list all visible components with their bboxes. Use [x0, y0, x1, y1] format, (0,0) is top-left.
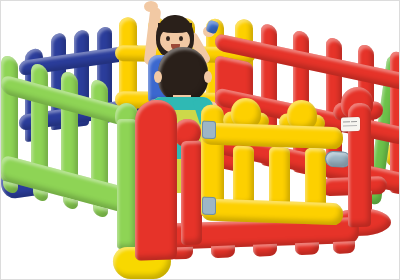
door-bottom-rail — [201, 198, 343, 225]
info-sticker — [341, 117, 360, 132]
photo-stage — [0, 0, 400, 280]
rail-bump — [295, 242, 319, 255]
gate-left-post — [135, 99, 177, 260]
sticker-text-line — [343, 121, 350, 122]
rail-bump — [253, 244, 277, 257]
sticker-text-line — [351, 121, 357, 122]
door-slat — [269, 147, 290, 208]
gate-hinge-top — [202, 121, 216, 139]
child-back-fringe — [158, 23, 192, 33]
gate-yellow-door — [201, 96, 343, 236]
child-back-eye — [166, 36, 170, 41]
front-gate-panel — [129, 76, 393, 275]
sticker-text-line — [343, 125, 357, 126]
rail-bump — [333, 241, 355, 254]
child-back-eye — [179, 36, 183, 41]
child-front-ear — [154, 71, 162, 83]
door-slat — [305, 148, 326, 209]
rail-bump — [211, 245, 235, 258]
child-back-raised-hand — [144, 1, 158, 12]
door-slat — [233, 146, 254, 207]
gate-left-slat — [181, 140, 202, 245]
gate-hinge-bottom — [202, 197, 216, 215]
